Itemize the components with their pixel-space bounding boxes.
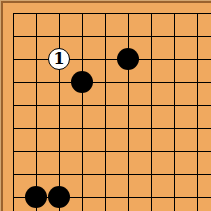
grid-line-horizontal [13,174,211,175]
grid-line-vertical [128,13,129,211]
black-stone [71,71,93,93]
grid-line-vertical [82,13,83,211]
grid-line-horizontal [13,105,211,106]
grid-line-vertical [13,13,14,211]
grid-line-vertical [151,13,152,211]
move-number-label: 1 [53,51,64,67]
grid-line-vertical [59,13,60,211]
grid-line-vertical [105,13,106,211]
grid-line-horizontal [13,13,211,14]
white-stone-move-1: 1 [48,48,70,70]
black-stone [117,48,139,70]
grid-line-vertical [174,13,175,211]
go-board: 1 [0,0,211,211]
board-edge-top [1,1,211,3]
board-edge-left [1,1,3,211]
grid-line-horizontal [13,128,211,129]
grid-line-horizontal [13,151,211,152]
black-stone [25,186,47,208]
black-stone [48,186,70,208]
grid-line-vertical [197,13,198,211]
grid-line-vertical [36,13,37,211]
grid-line-horizontal [13,36,211,37]
grid-line-horizontal [13,82,211,83]
grid-line-horizontal [13,59,211,60]
